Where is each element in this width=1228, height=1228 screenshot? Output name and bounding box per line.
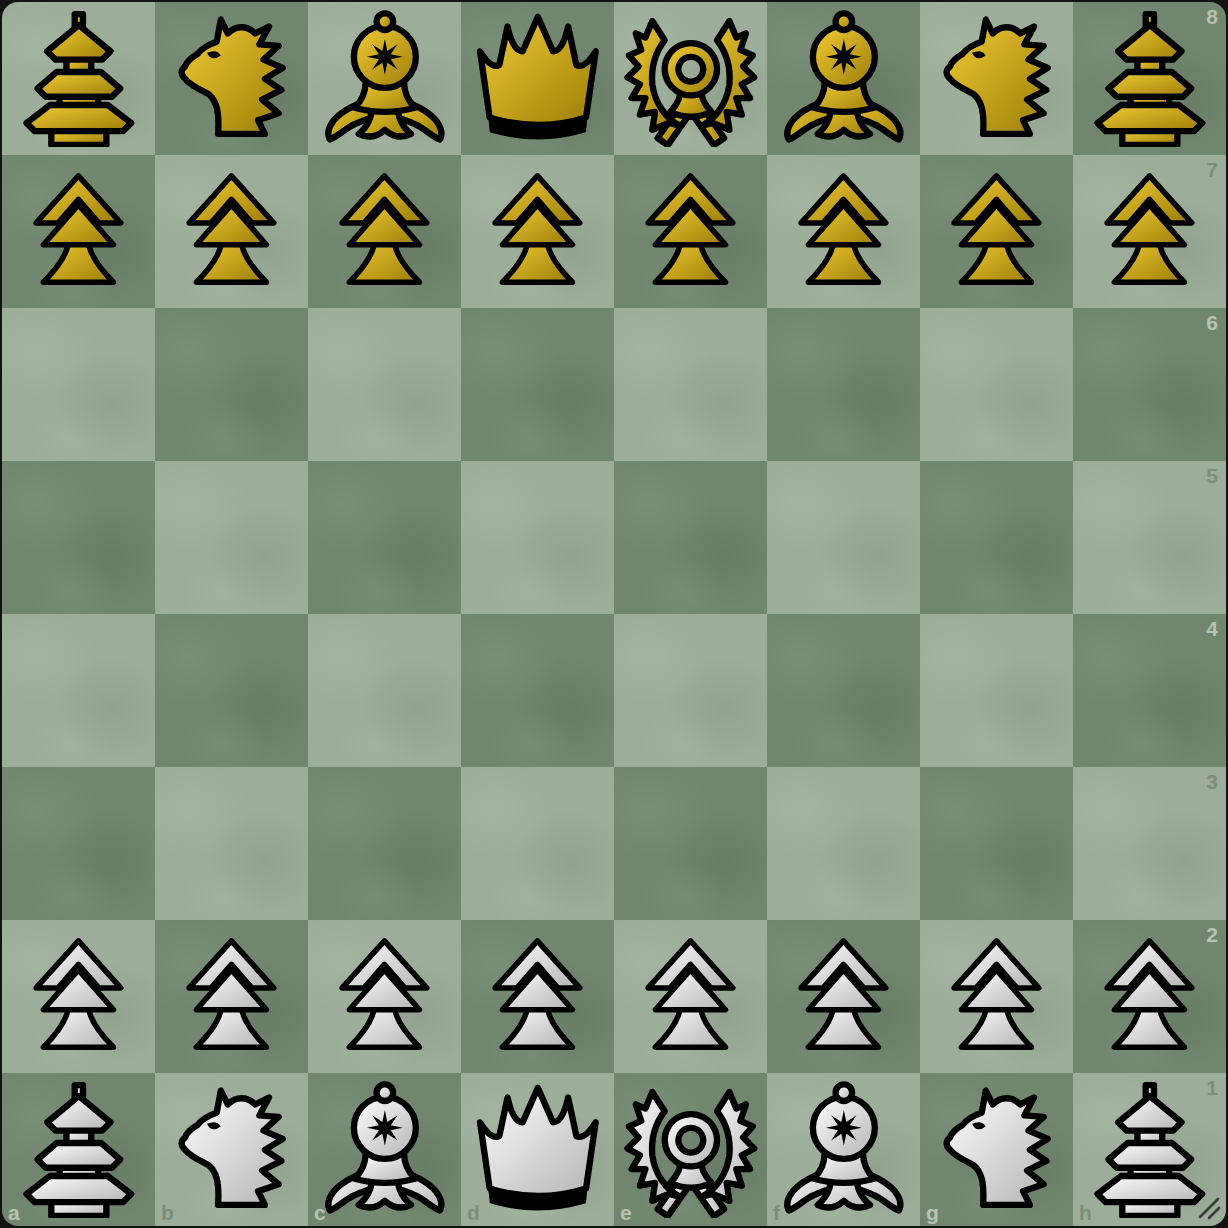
square-a4[interactable] bbox=[2, 614, 155, 767]
white-bishop[interactable] bbox=[316, 1081, 454, 1219]
white-pawn[interactable] bbox=[18, 936, 139, 1057]
square-g1[interactable]: g bbox=[920, 1073, 1073, 1226]
gold-rook[interactable] bbox=[1081, 10, 1219, 148]
square-g5[interactable] bbox=[920, 461, 1073, 614]
square-d3[interactable] bbox=[461, 767, 614, 920]
gold-pawn[interactable] bbox=[936, 171, 1057, 292]
square-e1[interactable]: e bbox=[614, 1073, 767, 1226]
white-pawn[interactable] bbox=[477, 936, 598, 1057]
square-h2[interactable]: 2 bbox=[1073, 920, 1226, 1073]
square-h7[interactable]: 7 bbox=[1073, 155, 1226, 308]
square-d7[interactable] bbox=[461, 155, 614, 308]
board-resize-handle[interactable] bbox=[1195, 1194, 1223, 1222]
chess-board[interactable]: 8 7 bbox=[2, 2, 1226, 1226]
square-c6[interactable] bbox=[308, 308, 461, 461]
white-pawn[interactable] bbox=[1089, 936, 1210, 1057]
square-e3[interactable] bbox=[614, 767, 767, 920]
square-f8[interactable] bbox=[767, 2, 920, 155]
square-c4[interactable] bbox=[308, 614, 461, 767]
white-king[interactable] bbox=[622, 1081, 760, 1219]
square-f2[interactable] bbox=[767, 920, 920, 1073]
square-b5[interactable] bbox=[155, 461, 308, 614]
square-e6[interactable] bbox=[614, 308, 767, 461]
square-c7[interactable] bbox=[308, 155, 461, 308]
square-b6[interactable] bbox=[155, 308, 308, 461]
gold-pawn[interactable] bbox=[630, 171, 751, 292]
square-h8[interactable]: 8 bbox=[1073, 2, 1226, 155]
square-b4[interactable] bbox=[155, 614, 308, 767]
gold-pawn[interactable] bbox=[1089, 171, 1210, 292]
square-c3[interactable] bbox=[308, 767, 461, 920]
square-c5[interactable] bbox=[308, 461, 461, 614]
square-a6[interactable] bbox=[2, 308, 155, 461]
square-b2[interactable] bbox=[155, 920, 308, 1073]
square-a5[interactable] bbox=[2, 461, 155, 614]
square-h6[interactable]: 6 bbox=[1073, 308, 1226, 461]
square-b8[interactable] bbox=[155, 2, 308, 155]
gold-pawn[interactable] bbox=[324, 171, 445, 292]
square-h5[interactable]: 5 bbox=[1073, 461, 1226, 614]
gold-queen[interactable] bbox=[469, 10, 607, 148]
square-d4[interactable] bbox=[461, 614, 614, 767]
white-knight[interactable] bbox=[928, 1081, 1066, 1219]
board-container: 8 7 bbox=[2, 2, 1226, 1226]
square-f5[interactable] bbox=[767, 461, 920, 614]
square-a1[interactable]: a bbox=[2, 1073, 155, 1226]
square-f6[interactable] bbox=[767, 308, 920, 461]
gold-pawn[interactable] bbox=[171, 171, 292, 292]
square-a2[interactable] bbox=[2, 920, 155, 1073]
square-d6[interactable] bbox=[461, 308, 614, 461]
square-g6[interactable] bbox=[920, 308, 1073, 461]
square-b1[interactable]: b bbox=[155, 1073, 308, 1226]
gold-pawn[interactable] bbox=[477, 171, 598, 292]
square-e8[interactable] bbox=[614, 2, 767, 155]
gold-pawn[interactable] bbox=[783, 171, 904, 292]
square-f4[interactable] bbox=[767, 614, 920, 767]
square-f1[interactable]: f bbox=[767, 1073, 920, 1226]
square-b7[interactable] bbox=[155, 155, 308, 308]
square-h3[interactable]: 3 bbox=[1073, 767, 1226, 920]
square-b3[interactable] bbox=[155, 767, 308, 920]
square-g2[interactable] bbox=[920, 920, 1073, 1073]
rank-label-5: 5 bbox=[1206, 465, 1218, 486]
square-c2[interactable] bbox=[308, 920, 461, 1073]
white-pawn[interactable] bbox=[171, 936, 292, 1057]
square-d2[interactable] bbox=[461, 920, 614, 1073]
white-pawn[interactable] bbox=[936, 936, 1057, 1057]
square-a8[interactable] bbox=[2, 2, 155, 155]
square-e7[interactable] bbox=[614, 155, 767, 308]
square-e2[interactable] bbox=[614, 920, 767, 1073]
square-g4[interactable] bbox=[920, 614, 1073, 767]
white-pawn[interactable] bbox=[630, 936, 751, 1057]
rank-label-6: 6 bbox=[1206, 312, 1218, 333]
square-h4[interactable]: 4 bbox=[1073, 614, 1226, 767]
white-bishop[interactable] bbox=[775, 1081, 913, 1219]
gold-bishop[interactable] bbox=[316, 10, 454, 148]
gold-knight[interactable] bbox=[163, 10, 301, 148]
square-g3[interactable] bbox=[920, 767, 1073, 920]
gold-pawn[interactable] bbox=[18, 171, 139, 292]
gold-bishop[interactable] bbox=[775, 10, 913, 148]
gold-king[interactable] bbox=[622, 10, 760, 148]
gold-rook[interactable] bbox=[10, 10, 148, 148]
square-e5[interactable] bbox=[614, 461, 767, 614]
square-c1[interactable]: c bbox=[308, 1073, 461, 1226]
white-pawn[interactable] bbox=[324, 936, 445, 1057]
square-e4[interactable] bbox=[614, 614, 767, 767]
white-pawn[interactable] bbox=[783, 936, 904, 1057]
square-d5[interactable] bbox=[461, 461, 614, 614]
white-rook[interactable] bbox=[10, 1081, 148, 1219]
white-knight[interactable] bbox=[163, 1081, 301, 1219]
square-d1[interactable]: d bbox=[461, 1073, 614, 1226]
square-c8[interactable] bbox=[308, 2, 461, 155]
square-g7[interactable] bbox=[920, 155, 1073, 308]
square-a3[interactable] bbox=[2, 767, 155, 920]
square-a7[interactable] bbox=[2, 155, 155, 308]
rank-label-4: 4 bbox=[1206, 618, 1218, 639]
square-f7[interactable] bbox=[767, 155, 920, 308]
square-f3[interactable] bbox=[767, 767, 920, 920]
square-g8[interactable] bbox=[920, 2, 1073, 155]
rank-label-3: 3 bbox=[1206, 771, 1218, 792]
white-queen[interactable] bbox=[469, 1081, 607, 1219]
square-d8[interactable] bbox=[461, 2, 614, 155]
gold-knight[interactable] bbox=[928, 10, 1066, 148]
